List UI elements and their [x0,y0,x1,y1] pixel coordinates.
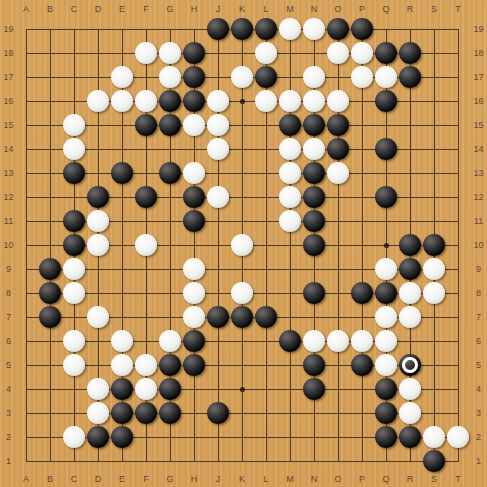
point-S14[interactable] [422,137,446,161]
point-L19[interactable] [254,17,278,41]
point-Q14[interactable] [374,137,398,161]
point-S10[interactable] [422,233,446,257]
point-A7[interactable] [14,305,38,329]
point-Q7[interactable] [374,305,398,329]
point-E15[interactable] [110,113,134,137]
point-R14[interactable] [398,137,422,161]
point-C10[interactable] [62,233,86,257]
point-R10[interactable] [398,233,422,257]
point-F8[interactable] [134,281,158,305]
point-R18[interactable] [398,41,422,65]
point-S8[interactable] [422,281,446,305]
point-F17[interactable] [134,65,158,89]
point-S4[interactable] [422,377,446,401]
point-M6[interactable] [278,329,302,353]
point-P12[interactable] [350,185,374,209]
point-L18[interactable] [254,41,278,65]
point-C8[interactable] [62,281,86,305]
point-S16[interactable] [422,89,446,113]
point-B11[interactable] [38,209,62,233]
point-H12[interactable] [182,185,206,209]
point-R17[interactable] [398,65,422,89]
point-O16[interactable] [326,89,350,113]
point-H15[interactable] [182,113,206,137]
point-K10[interactable] [230,233,254,257]
point-J6[interactable] [206,329,230,353]
point-T1[interactable] [446,449,470,473]
point-L12[interactable] [254,185,278,209]
point-D16[interactable] [86,89,110,113]
point-D17[interactable] [86,65,110,89]
point-A10[interactable] [14,233,38,257]
point-C9[interactable] [62,257,86,281]
point-H9[interactable] [182,257,206,281]
point-F9[interactable] [134,257,158,281]
point-N16[interactable] [302,89,326,113]
point-L4[interactable] [254,377,278,401]
point-O17[interactable] [326,65,350,89]
point-E11[interactable] [110,209,134,233]
point-S11[interactable] [422,209,446,233]
point-L15[interactable] [254,113,278,137]
point-B13[interactable] [38,161,62,185]
point-G12[interactable] [158,185,182,209]
point-H2[interactable] [182,425,206,449]
point-G2[interactable] [158,425,182,449]
point-N12[interactable] [302,185,326,209]
point-E19[interactable] [110,17,134,41]
point-Q11[interactable] [374,209,398,233]
point-R3[interactable] [398,401,422,425]
point-F7[interactable] [134,305,158,329]
point-T9[interactable] [446,257,470,281]
point-F10[interactable] [134,233,158,257]
point-K12[interactable] [230,185,254,209]
point-P16[interactable] [350,89,374,113]
point-Q12[interactable] [374,185,398,209]
point-O11[interactable] [326,209,350,233]
point-Q10[interactable] [374,233,398,257]
point-E2[interactable] [110,425,134,449]
point-N3[interactable] [302,401,326,425]
point-G13[interactable] [158,161,182,185]
point-G10[interactable] [158,233,182,257]
point-J11[interactable] [206,209,230,233]
point-D4[interactable] [86,377,110,401]
point-R1[interactable] [398,449,422,473]
point-G1[interactable] [158,449,182,473]
point-M13[interactable] [278,161,302,185]
point-A9[interactable] [14,257,38,281]
point-P17[interactable] [350,65,374,89]
point-E8[interactable] [110,281,134,305]
point-Q6[interactable] [374,329,398,353]
point-A11[interactable] [14,209,38,233]
point-K5[interactable] [230,353,254,377]
point-D5[interactable] [86,353,110,377]
point-B15[interactable] [38,113,62,137]
point-G14[interactable] [158,137,182,161]
point-F11[interactable] [134,209,158,233]
point-T16[interactable] [446,89,470,113]
point-M9[interactable] [278,257,302,281]
point-H14[interactable] [182,137,206,161]
point-E9[interactable] [110,257,134,281]
point-L5[interactable] [254,353,278,377]
point-E13[interactable] [110,161,134,185]
point-B3[interactable] [38,401,62,425]
point-F12[interactable] [134,185,158,209]
point-Q5[interactable] [374,353,398,377]
point-H6[interactable] [182,329,206,353]
point-D10[interactable] [86,233,110,257]
point-B8[interactable] [38,281,62,305]
point-P13[interactable] [350,161,374,185]
point-O14[interactable] [326,137,350,161]
point-O8[interactable] [326,281,350,305]
point-B7[interactable] [38,305,62,329]
point-H8[interactable] [182,281,206,305]
point-D12[interactable] [86,185,110,209]
point-M12[interactable] [278,185,302,209]
point-R15[interactable] [398,113,422,137]
point-K6[interactable] [230,329,254,353]
point-H11[interactable] [182,209,206,233]
point-G5[interactable] [158,353,182,377]
point-M14[interactable] [278,137,302,161]
point-H16[interactable] [182,89,206,113]
point-B16[interactable] [38,89,62,113]
point-J10[interactable] [206,233,230,257]
point-J14[interactable] [206,137,230,161]
point-C4[interactable] [62,377,86,401]
point-Q9[interactable] [374,257,398,281]
point-P10[interactable] [350,233,374,257]
point-K15[interactable] [230,113,254,137]
point-T8[interactable] [446,281,470,305]
point-C2[interactable] [62,425,86,449]
point-Q16[interactable] [374,89,398,113]
point-B10[interactable] [38,233,62,257]
point-A3[interactable] [14,401,38,425]
point-O13[interactable] [326,161,350,185]
point-C5[interactable] [62,353,86,377]
point-S5[interactable] [422,353,446,377]
point-C3[interactable] [62,401,86,425]
point-N5[interactable] [302,353,326,377]
point-L14[interactable] [254,137,278,161]
point-S13[interactable] [422,161,446,185]
point-J19[interactable] [206,17,230,41]
point-C7[interactable] [62,305,86,329]
point-R12[interactable] [398,185,422,209]
point-R4[interactable] [398,377,422,401]
point-Q4[interactable] [374,377,398,401]
point-M16[interactable] [278,89,302,113]
point-K11[interactable] [230,209,254,233]
point-B19[interactable] [38,17,62,41]
point-J15[interactable] [206,113,230,137]
point-B4[interactable] [38,377,62,401]
point-F15[interactable] [134,113,158,137]
point-E6[interactable] [110,329,134,353]
point-H17[interactable] [182,65,206,89]
point-O3[interactable] [326,401,350,425]
point-M3[interactable] [278,401,302,425]
point-Q18[interactable] [374,41,398,65]
point-K14[interactable] [230,137,254,161]
point-F18[interactable] [134,41,158,65]
point-B1[interactable] [38,449,62,473]
point-N7[interactable] [302,305,326,329]
point-E5[interactable] [110,353,134,377]
point-N4[interactable] [302,377,326,401]
point-H4[interactable] [182,377,206,401]
point-R7[interactable] [398,305,422,329]
point-L13[interactable] [254,161,278,185]
point-L2[interactable] [254,425,278,449]
point-C17[interactable] [62,65,86,89]
point-K13[interactable] [230,161,254,185]
point-Q13[interactable] [374,161,398,185]
point-F6[interactable] [134,329,158,353]
point-H5[interactable] [182,353,206,377]
point-K7[interactable] [230,305,254,329]
point-J17[interactable] [206,65,230,89]
point-T13[interactable] [446,161,470,185]
point-J9[interactable] [206,257,230,281]
point-B12[interactable] [38,185,62,209]
point-J16[interactable] [206,89,230,113]
point-P1[interactable] [350,449,374,473]
point-P8[interactable] [350,281,374,305]
point-A18[interactable] [14,41,38,65]
point-S7[interactable] [422,305,446,329]
point-C14[interactable] [62,137,86,161]
point-A16[interactable] [14,89,38,113]
point-H7[interactable] [182,305,206,329]
point-J7[interactable] [206,305,230,329]
point-M17[interactable] [278,65,302,89]
point-J8[interactable] [206,281,230,305]
point-M5[interactable] [278,353,302,377]
point-T3[interactable] [446,401,470,425]
point-L3[interactable] [254,401,278,425]
point-C18[interactable] [62,41,86,65]
point-F3[interactable] [134,401,158,425]
point-C1[interactable] [62,449,86,473]
point-S17[interactable] [422,65,446,89]
point-D2[interactable] [86,425,110,449]
point-S15[interactable] [422,113,446,137]
point-J1[interactable] [206,449,230,473]
point-Q2[interactable] [374,425,398,449]
point-H13[interactable] [182,161,206,185]
point-P2[interactable] [350,425,374,449]
point-M11[interactable] [278,209,302,233]
point-B6[interactable] [38,329,62,353]
point-C19[interactable] [62,17,86,41]
point-D1[interactable] [86,449,110,473]
point-Q19[interactable] [374,17,398,41]
point-N14[interactable] [302,137,326,161]
point-H3[interactable] [182,401,206,425]
point-S6[interactable] [422,329,446,353]
point-T14[interactable] [446,137,470,161]
point-Q3[interactable] [374,401,398,425]
point-Q17[interactable] [374,65,398,89]
point-A14[interactable] [14,137,38,161]
point-L6[interactable] [254,329,278,353]
point-D8[interactable] [86,281,110,305]
point-T10[interactable] [446,233,470,257]
point-T15[interactable] [446,113,470,137]
point-H1[interactable] [182,449,206,473]
point-M7[interactable] [278,305,302,329]
point-S2[interactable] [422,425,446,449]
point-F16[interactable] [134,89,158,113]
point-E10[interactable] [110,233,134,257]
point-S12[interactable] [422,185,446,209]
point-P7[interactable] [350,305,374,329]
point-A4[interactable] [14,377,38,401]
point-O4[interactable] [326,377,350,401]
point-N9[interactable] [302,257,326,281]
point-K17[interactable] [230,65,254,89]
point-R13[interactable] [398,161,422,185]
point-C16[interactable] [62,89,86,113]
point-O15[interactable] [326,113,350,137]
point-J18[interactable] [206,41,230,65]
point-J13[interactable] [206,161,230,185]
point-T19[interactable] [446,17,470,41]
point-M1[interactable] [278,449,302,473]
point-O12[interactable] [326,185,350,209]
point-T4[interactable] [446,377,470,401]
point-G19[interactable] [158,17,182,41]
point-A19[interactable] [14,17,38,41]
point-B2[interactable] [38,425,62,449]
point-L8[interactable] [254,281,278,305]
point-C11[interactable] [62,209,86,233]
point-R11[interactable] [398,209,422,233]
point-L10[interactable] [254,233,278,257]
point-D9[interactable] [86,257,110,281]
point-C6[interactable] [62,329,86,353]
point-E7[interactable] [110,305,134,329]
point-D6[interactable] [86,329,110,353]
point-N19[interactable] [302,17,326,41]
point-A1[interactable] [14,449,38,473]
point-A5[interactable] [14,353,38,377]
point-E18[interactable] [110,41,134,65]
point-R9[interactable] [398,257,422,281]
point-E3[interactable] [110,401,134,425]
point-N15[interactable] [302,113,326,137]
point-A13[interactable] [14,161,38,185]
point-H19[interactable] [182,17,206,41]
point-S19[interactable] [422,17,446,41]
point-P3[interactable] [350,401,374,425]
point-H18[interactable] [182,41,206,65]
point-P14[interactable] [350,137,374,161]
point-F2[interactable] [134,425,158,449]
point-B18[interactable] [38,41,62,65]
point-L17[interactable] [254,65,278,89]
point-F4[interactable] [134,377,158,401]
point-C12[interactable] [62,185,86,209]
point-K9[interactable] [230,257,254,281]
point-N10[interactable] [302,233,326,257]
point-J5[interactable] [206,353,230,377]
point-C15[interactable] [62,113,86,137]
point-P18[interactable] [350,41,374,65]
point-R19[interactable] [398,17,422,41]
point-N13[interactable] [302,161,326,185]
point-N2[interactable] [302,425,326,449]
point-O2[interactable] [326,425,350,449]
point-K8[interactable] [230,281,254,305]
point-G15[interactable] [158,113,182,137]
point-K18[interactable] [230,41,254,65]
point-G3[interactable] [158,401,182,425]
point-O19[interactable] [326,17,350,41]
point-P4[interactable] [350,377,374,401]
point-R8[interactable] [398,281,422,305]
point-D15[interactable] [86,113,110,137]
point-T17[interactable] [446,65,470,89]
point-K4[interactable] [230,377,254,401]
point-K1[interactable] [230,449,254,473]
point-L7[interactable] [254,305,278,329]
point-A6[interactable] [14,329,38,353]
point-F13[interactable] [134,161,158,185]
point-G18[interactable] [158,41,182,65]
point-K3[interactable] [230,401,254,425]
point-P6[interactable] [350,329,374,353]
point-M15[interactable] [278,113,302,137]
point-P15[interactable] [350,113,374,137]
point-O5[interactable] [326,353,350,377]
point-K16[interactable] [230,89,254,113]
point-D3[interactable] [86,401,110,425]
point-F5[interactable] [134,353,158,377]
point-G4[interactable] [158,377,182,401]
point-E12[interactable] [110,185,134,209]
point-T5[interactable] [446,353,470,377]
point-M19[interactable] [278,17,302,41]
point-M8[interactable] [278,281,302,305]
point-A15[interactable] [14,113,38,137]
point-T2[interactable] [446,425,470,449]
point-O7[interactable] [326,305,350,329]
point-L11[interactable] [254,209,278,233]
point-T7[interactable] [446,305,470,329]
point-J3[interactable] [206,401,230,425]
point-K19[interactable] [230,17,254,41]
point-G11[interactable] [158,209,182,233]
point-F1[interactable] [134,449,158,473]
point-Q8[interactable] [374,281,398,305]
point-R16[interactable] [398,89,422,113]
point-E17[interactable] [110,65,134,89]
point-K2[interactable] [230,425,254,449]
point-A8[interactable] [14,281,38,305]
point-T12[interactable] [446,185,470,209]
point-T6[interactable] [446,329,470,353]
point-P9[interactable] [350,257,374,281]
point-R2[interactable] [398,425,422,449]
